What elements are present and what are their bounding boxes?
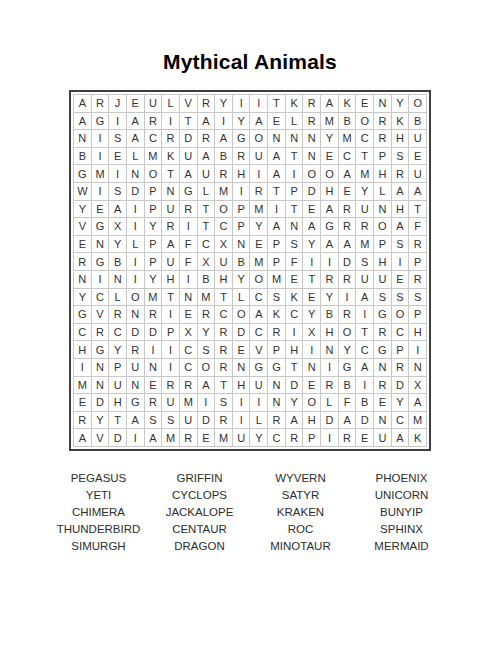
grid-cell-r3c7[interactable]: D <box>180 130 197 147</box>
grid-cell-r12c20[interactable]: S <box>409 289 426 306</box>
grid-cell-r1c11[interactable]: I <box>250 95 267 112</box>
grid-cell-r4c11[interactable]: U <box>250 148 267 165</box>
grid-cell-r2c17[interactable]: O <box>356 113 373 130</box>
grid-cell-r1c6[interactable]: L <box>162 95 179 112</box>
grid-cell-r18c2[interactable]: D <box>92 394 109 411</box>
grid-cell-r13c19[interactable]: O <box>392 306 409 323</box>
grid-cell-r2c8[interactable]: A <box>198 113 215 130</box>
grid-cell-r15c19[interactable]: P <box>392 341 409 358</box>
grid-cell-r13c15[interactable]: B <box>321 306 338 323</box>
grid-cell-r1c5[interactable]: U <box>145 95 162 112</box>
grid-cell-r11c19[interactable]: E <box>392 271 409 288</box>
grid-cell-r6c5[interactable]: P <box>145 183 162 200</box>
grid-cell-r1c15[interactable]: A <box>321 95 338 112</box>
grid-cell-r20c9[interactable]: M <box>215 429 232 446</box>
grid-cell-r3c20[interactable]: U <box>409 130 426 147</box>
grid-cell-r1c3[interactable]: J <box>109 95 126 112</box>
grid-cell-r16c5[interactable]: N <box>145 359 162 376</box>
grid-cell-r5c18[interactable]: H <box>374 165 391 182</box>
grid-cell-r18c18[interactable]: E <box>374 394 391 411</box>
grid-cell-r19c15[interactable]: D <box>321 412 338 429</box>
grid-cell-r12c17[interactable]: A <box>356 289 373 306</box>
grid-cell-r7c14[interactable]: E <box>303 201 320 218</box>
grid-cell-r9c16[interactable]: A <box>339 236 356 253</box>
grid-cell-r20c8[interactable]: E <box>198 429 215 446</box>
grid-cell-r2c16[interactable]: B <box>339 113 356 130</box>
grid-cell-r13c9[interactable]: C <box>215 306 232 323</box>
grid-cell-r13c11[interactable]: A <box>250 306 267 323</box>
grid-cell-r18c16[interactable]: F <box>339 394 356 411</box>
grid-cell-r12c4[interactable]: O <box>127 289 144 306</box>
grid-cell-r16c17[interactable]: A <box>356 359 373 376</box>
grid-cell-r5c16[interactable]: A <box>339 165 356 182</box>
grid-cell-r1c10[interactable]: I <box>233 95 250 112</box>
grid-cell-r8c3[interactable]: X <box>109 218 126 235</box>
grid-cell-r8c13[interactable]: N <box>286 218 303 235</box>
grid-cell-r18c7[interactable]: M <box>180 394 197 411</box>
grid-cell-r15c3[interactable]: Y <box>109 341 126 358</box>
grid-cell-r17c8[interactable]: A <box>198 377 215 394</box>
grid-cell-r7c1[interactable]: Y <box>74 201 91 218</box>
grid-cell-r18c4[interactable]: G <box>127 394 144 411</box>
grid-cell-r15c17[interactable]: C <box>356 341 373 358</box>
grid-cell-r15c1[interactable]: H <box>74 341 91 358</box>
grid-cell-r4c3[interactable]: E <box>109 148 126 165</box>
grid-cell-r10c6[interactable]: U <box>162 253 179 270</box>
grid-cell-r3c6[interactable]: R <box>162 130 179 147</box>
grid-cell-r1c12[interactable]: T <box>268 95 285 112</box>
grid-cell-r17c17[interactable]: I <box>356 377 373 394</box>
grid-cell-r1c8[interactable]: R <box>198 95 215 112</box>
grid-cell-r16c7[interactable]: C <box>180 359 197 376</box>
grid-cell-r13c18[interactable]: G <box>374 306 391 323</box>
grid-cell-r6c17[interactable]: Y <box>356 183 373 200</box>
grid-cell-r14c20[interactable]: H <box>409 324 426 341</box>
grid-cell-r19c18[interactable]: N <box>374 412 391 429</box>
grid-cell-r14c13[interactable]: I <box>286 324 303 341</box>
grid-cell-r5c19[interactable]: R <box>392 165 409 182</box>
grid-cell-r7c15[interactable]: A <box>321 201 338 218</box>
grid-cell-r15c15[interactable]: N <box>321 341 338 358</box>
grid-cell-r5c15[interactable]: O <box>321 165 338 182</box>
grid-cell-r2c18[interactable]: R <box>374 113 391 130</box>
grid-cell-r13c7[interactable]: E <box>180 306 197 323</box>
grid-cell-r9c8[interactable]: C <box>198 236 215 253</box>
grid-cell-r1c18[interactable]: N <box>374 95 391 112</box>
grid-cell-r4c16[interactable]: C <box>339 148 356 165</box>
grid-cell-r7c18[interactable]: N <box>374 201 391 218</box>
grid-cell-r2c15[interactable]: M <box>321 113 338 130</box>
grid-cell-r7c16[interactable]: R <box>339 201 356 218</box>
grid-cell-r20c20[interactable]: K <box>409 429 426 446</box>
grid-cell-r2c6[interactable]: I <box>162 113 179 130</box>
grid-cell-r7c13[interactable]: T <box>286 201 303 218</box>
grid-cell-r4c5[interactable]: M <box>145 148 162 165</box>
grid-cell-r20c3[interactable]: D <box>109 429 126 446</box>
grid-cell-r3c3[interactable]: S <box>109 130 126 147</box>
grid-cell-r16c9[interactable]: R <box>215 359 232 376</box>
grid-cell-r16c2[interactable]: N <box>92 359 109 376</box>
grid-cell-r16c14[interactable]: N <box>303 359 320 376</box>
grid-cell-r10c18[interactable]: H <box>374 253 391 270</box>
grid-cell-r15c14[interactable]: I <box>303 341 320 358</box>
grid-cell-r1c9[interactable]: Y <box>215 95 232 112</box>
grid-cell-r19c5[interactable]: S <box>145 412 162 429</box>
grid-cell-r5c1[interactable]: G <box>74 165 91 182</box>
grid-cell-r8c8[interactable]: T <box>198 218 215 235</box>
grid-cell-r16c1[interactable]: I <box>74 359 91 376</box>
grid-cell-r17c2[interactable]: N <box>92 377 109 394</box>
grid-cell-r17c11[interactable]: U <box>250 377 267 394</box>
grid-cell-r11c15[interactable]: R <box>321 271 338 288</box>
grid-cell-r4c9[interactable]: B <box>215 148 232 165</box>
grid-cell-r18c10[interactable]: I <box>233 394 250 411</box>
grid-cell-r6c3[interactable]: S <box>109 183 126 200</box>
grid-cell-r11c16[interactable]: R <box>339 271 356 288</box>
grid-cell-r18c8[interactable]: I <box>198 394 215 411</box>
grid-cell-r7c11[interactable]: M <box>250 201 267 218</box>
grid-cell-r11c9[interactable]: H <box>215 271 232 288</box>
grid-cell-r1c13[interactable]: K <box>286 95 303 112</box>
grid-cell-r19c2[interactable]: Y <box>92 412 109 429</box>
grid-cell-r14c9[interactable]: R <box>215 324 232 341</box>
grid-cell-r2c1[interactable]: A <box>74 113 91 130</box>
grid-cell-r9c19[interactable]: S <box>392 236 409 253</box>
grid-cell-r3c11[interactable]: O <box>250 130 267 147</box>
grid-cell-r8c4[interactable]: I <box>127 218 144 235</box>
grid-cell-r18c17[interactable]: B <box>356 394 373 411</box>
grid-cell-r11c2[interactable]: I <box>92 271 109 288</box>
grid-cell-r16c16[interactable]: G <box>339 359 356 376</box>
grid-cell-r6c13[interactable]: P <box>286 183 303 200</box>
grid-cell-r14c5[interactable]: D <box>145 324 162 341</box>
grid-cell-r20c6[interactable]: M <box>162 429 179 446</box>
grid-cell-r20c7[interactable]: R <box>180 429 197 446</box>
grid-cell-r4c2[interactable]: I <box>92 148 109 165</box>
grid-cell-r8c12[interactable]: A <box>268 218 285 235</box>
grid-cell-r6c16[interactable]: E <box>339 183 356 200</box>
grid-cell-r19c20[interactable]: M <box>409 412 426 429</box>
grid-cell-r10c9[interactable]: U <box>215 253 232 270</box>
grid-cell-r6c1[interactable]: W <box>74 183 91 200</box>
grid-cell-r7c10[interactable]: P <box>233 201 250 218</box>
grid-cell-r17c3[interactable]: U <box>109 377 126 394</box>
grid-cell-r19c3[interactable]: T <box>109 412 126 429</box>
grid-cell-r18c5[interactable]: R <box>145 394 162 411</box>
grid-cell-r5c2[interactable]: M <box>92 165 109 182</box>
grid-cell-r20c15[interactable]: I <box>321 429 338 446</box>
grid-cell-r16c3[interactable]: P <box>109 359 126 376</box>
grid-cell-r2c4[interactable]: A <box>127 113 144 130</box>
grid-cell-r1c7[interactable]: V <box>180 95 197 112</box>
grid-cell-r10c10[interactable]: B <box>233 253 250 270</box>
grid-cell-r20c17[interactable]: E <box>356 429 373 446</box>
grid-cell-r4c12[interactable]: A <box>268 148 285 165</box>
grid-cell-r11c11[interactable]: O <box>250 271 267 288</box>
grid-cell-r5c5[interactable]: O <box>145 165 162 182</box>
grid-cell-r8c9[interactable]: C <box>215 218 232 235</box>
grid-cell-r11c1[interactable]: N <box>74 271 91 288</box>
grid-cell-r10c14[interactable]: I <box>303 253 320 270</box>
grid-cell-r17c1[interactable]: M <box>74 377 91 394</box>
grid-cell-r9c15[interactable]: A <box>321 236 338 253</box>
grid-cell-r9c12[interactable]: P <box>268 236 285 253</box>
grid-cell-r3c18[interactable]: R <box>374 130 391 147</box>
grid-cell-r12c18[interactable]: S <box>374 289 391 306</box>
grid-cell-r11c14[interactable]: T <box>303 271 320 288</box>
grid-cell-r3c12[interactable]: N <box>268 130 285 147</box>
grid-cell-r8c20[interactable]: F <box>409 218 426 235</box>
grid-cell-r9c14[interactable]: Y <box>303 236 320 253</box>
grid-cell-r16c15[interactable]: I <box>321 359 338 376</box>
grid-cell-r7c6[interactable]: U <box>162 201 179 218</box>
grid-cell-r2c3[interactable]: I <box>109 113 126 130</box>
grid-cell-r11c5[interactable]: Y <box>145 271 162 288</box>
grid-cell-r1c14[interactable]: R <box>303 95 320 112</box>
grid-cell-r13c12[interactable]: K <box>268 306 285 323</box>
grid-cell-r15c6[interactable]: I <box>162 341 179 358</box>
grid-cell-r5c12[interactable]: A <box>268 165 285 182</box>
grid-cell-r15c4[interactable]: R <box>127 341 144 358</box>
grid-cell-r7c20[interactable]: T <box>409 201 426 218</box>
grid-cell-r14c17[interactable]: T <box>356 324 373 341</box>
grid-cell-r11c12[interactable]: M <box>268 271 285 288</box>
grid-cell-r16c11[interactable]: G <box>250 359 267 376</box>
grid-cell-r11c7[interactable]: I <box>180 271 197 288</box>
grid-cell-r3c4[interactable]: A <box>127 130 144 147</box>
grid-cell-r11c6[interactable]: H <box>162 271 179 288</box>
grid-cell-r15c2[interactable]: G <box>92 341 109 358</box>
grid-cell-r4c1[interactable]: B <box>74 148 91 165</box>
grid-cell-r19c11[interactable]: L <box>250 412 267 429</box>
grid-cell-r19c16[interactable]: A <box>339 412 356 429</box>
grid-cell-r11c10[interactable]: Y <box>233 271 250 288</box>
grid-cell-r14c15[interactable]: H <box>321 324 338 341</box>
grid-cell-r2c9[interactable]: I <box>215 113 232 130</box>
grid-cell-r7c4[interactable]: I <box>127 201 144 218</box>
grid-cell-r12c16[interactable]: I <box>339 289 356 306</box>
grid-cell-r17c13[interactable]: D <box>286 377 303 394</box>
grid-cell-r14c2[interactable]: R <box>92 324 109 341</box>
grid-cell-r19c10[interactable]: I <box>233 412 250 429</box>
grid-cell-r5c6[interactable]: T <box>162 165 179 182</box>
grid-cell-r11c8[interactable]: B <box>198 271 215 288</box>
grid-cell-r9c9[interactable]: X <box>215 236 232 253</box>
grid-cell-r9c3[interactable]: Y <box>109 236 126 253</box>
grid-cell-r12c7[interactable]: N <box>180 289 197 306</box>
grid-cell-r4c6[interactable]: K <box>162 148 179 165</box>
grid-cell-r6c20[interactable]: A <box>409 183 426 200</box>
grid-cell-r13c20[interactable]: P <box>409 306 426 323</box>
grid-cell-r10c16[interactable]: D <box>339 253 356 270</box>
grid-cell-r9c4[interactable]: L <box>127 236 144 253</box>
grid-cell-r14c7[interactable]: X <box>180 324 197 341</box>
grid-cell-r18c11[interactable]: I <box>250 394 267 411</box>
grid-cell-r9c7[interactable]: F <box>180 236 197 253</box>
grid-cell-r14c3[interactable]: C <box>109 324 126 341</box>
grid-cell-r17c10[interactable]: H <box>233 377 250 394</box>
grid-cell-r6c10[interactable]: I <box>233 183 250 200</box>
grid-cell-r20c1[interactable]: A <box>74 429 91 446</box>
grid-cell-r19c4[interactable]: A <box>127 412 144 429</box>
grid-cell-r6c9[interactable]: M <box>215 183 232 200</box>
grid-cell-r6c18[interactable]: L <box>374 183 391 200</box>
grid-cell-r11c17[interactable]: U <box>356 271 373 288</box>
grid-cell-r9c6[interactable]: A <box>162 236 179 253</box>
grid-cell-r7c9[interactable]: O <box>215 201 232 218</box>
grid-cell-r10c15[interactable]: I <box>321 253 338 270</box>
grid-cell-r4c13[interactable]: T <box>286 148 303 165</box>
grid-cell-r17c7[interactable]: R <box>180 377 197 394</box>
grid-cell-r15c18[interactable]: G <box>374 341 391 358</box>
grid-cell-r5c10[interactable]: H <box>233 165 250 182</box>
grid-cell-r1c1[interactable]: A <box>74 95 91 112</box>
grid-cell-r9c10[interactable]: N <box>233 236 250 253</box>
grid-cell-r20c11[interactable]: Y <box>250 429 267 446</box>
grid-cell-r2c2[interactable]: G <box>92 113 109 130</box>
grid-cell-r10c8[interactable]: X <box>198 253 215 270</box>
grid-cell-r17c14[interactable]: E <box>303 377 320 394</box>
grid-cell-r14c16[interactable]: O <box>339 324 356 341</box>
grid-cell-r9c18[interactable]: P <box>374 236 391 253</box>
grid-cell-r16c4[interactable]: U <box>127 359 144 376</box>
grid-cell-r19c12[interactable]: R <box>268 412 285 429</box>
grid-cell-r2c14[interactable]: R <box>303 113 320 130</box>
grid-cell-r12c9[interactable]: T <box>215 289 232 306</box>
grid-cell-r16c13[interactable]: T <box>286 359 303 376</box>
grid-cell-r19c1[interactable]: R <box>74 412 91 429</box>
grid-cell-r17c5[interactable]: E <box>145 377 162 394</box>
grid-cell-r16c8[interactable]: O <box>198 359 215 376</box>
grid-cell-r2c7[interactable]: T <box>180 113 197 130</box>
grid-cell-r1c20[interactable]: O <box>409 95 426 112</box>
grid-cell-r13c4[interactable]: N <box>127 306 144 323</box>
grid-cell-r4c14[interactable]: N <box>303 148 320 165</box>
grid-cell-r3c2[interactable]: I <box>92 130 109 147</box>
grid-cell-r8c6[interactable]: R <box>162 218 179 235</box>
grid-cell-r2c19[interactable]: K <box>392 113 409 130</box>
grid-cell-r11c18[interactable]: U <box>374 271 391 288</box>
grid-cell-r5c13[interactable]: I <box>286 165 303 182</box>
grid-cell-r8c1[interactable]: V <box>74 218 91 235</box>
grid-cell-r12c2[interactable]: C <box>92 289 109 306</box>
grid-cell-r15c10[interactable]: E <box>233 341 250 358</box>
grid-cell-r10c5[interactable]: P <box>145 253 162 270</box>
grid-cell-r18c3[interactable]: H <box>109 394 126 411</box>
grid-cell-r10c17[interactable]: S <box>356 253 373 270</box>
grid-cell-r1c4[interactable]: E <box>127 95 144 112</box>
grid-cell-r4c20[interactable]: E <box>409 148 426 165</box>
grid-cell-r6c6[interactable]: N <box>162 183 179 200</box>
grid-cell-r19c8[interactable]: D <box>198 412 215 429</box>
grid-cell-r8c18[interactable]: O <box>374 218 391 235</box>
grid-cell-r20c2[interactable]: V <box>92 429 109 446</box>
grid-cell-r1c2[interactable]: R <box>92 95 109 112</box>
grid-cell-r11c4[interactable]: I <box>127 271 144 288</box>
grid-cell-r2c12[interactable]: E <box>268 113 285 130</box>
grid-cell-r17c9[interactable]: T <box>215 377 232 394</box>
grid-cell-r4c15[interactable]: E <box>321 148 338 165</box>
grid-cell-r18c15[interactable]: L <box>321 394 338 411</box>
grid-cell-r17c4[interactable]: N <box>127 377 144 394</box>
grid-cell-r20c18[interactable]: U <box>374 429 391 446</box>
grid-cell-r14c6[interactable]: P <box>162 324 179 341</box>
grid-cell-r15c7[interactable]: C <box>180 341 197 358</box>
grid-cell-r8c17[interactable]: R <box>356 218 373 235</box>
grid-cell-r14c12[interactable]: R <box>268 324 285 341</box>
grid-cell-r2c10[interactable]: Y <box>233 113 250 130</box>
grid-cell-r15c11[interactable]: V <box>250 341 267 358</box>
grid-cell-r15c5[interactable]: I <box>145 341 162 358</box>
grid-cell-r15c20[interactable]: I <box>409 341 426 358</box>
grid-cell-r17c16[interactable]: B <box>339 377 356 394</box>
grid-cell-r13c1[interactable]: G <box>74 306 91 323</box>
grid-cell-r20c4[interactable]: I <box>127 429 144 446</box>
grid-cell-r4c7[interactable]: U <box>180 148 197 165</box>
grid-cell-r7c2[interactable]: E <box>92 201 109 218</box>
grid-cell-r6c12[interactable]: T <box>268 183 285 200</box>
grid-cell-r14c4[interactable]: D <box>127 324 144 341</box>
grid-cell-r12c13[interactable]: K <box>286 289 303 306</box>
grid-cell-r2c20[interactable]: B <box>409 113 426 130</box>
grid-cell-r8c15[interactable]: G <box>321 218 338 235</box>
grid-cell-r9c1[interactable]: E <box>74 236 91 253</box>
grid-cell-r16c20[interactable]: N <box>409 359 426 376</box>
grid-cell-r20c14[interactable]: P <box>303 429 320 446</box>
grid-cell-r13c8[interactable]: R <box>198 306 215 323</box>
grid-cell-r14c8[interactable]: Y <box>198 324 215 341</box>
grid-cell-r3c8[interactable]: R <box>198 130 215 147</box>
grid-cell-r13c17[interactable]: I <box>356 306 373 323</box>
grid-cell-r18c20[interactable]: A <box>409 394 426 411</box>
grid-cell-r8c5[interactable]: Y <box>145 218 162 235</box>
grid-cell-r7c12[interactable]: I <box>268 201 285 218</box>
grid-cell-r4c10[interactable]: R <box>233 148 250 165</box>
grid-cell-r7c19[interactable]: H <box>392 201 409 218</box>
grid-cell-r3c5[interactable]: C <box>145 130 162 147</box>
grid-cell-r19c6[interactable]: S <box>162 412 179 429</box>
grid-cell-r6c19[interactable]: A <box>392 183 409 200</box>
grid-cell-r3c19[interactable]: H <box>392 130 409 147</box>
grid-cell-r3c14[interactable]: N <box>303 130 320 147</box>
grid-cell-r1c17[interactable]: E <box>356 95 373 112</box>
grid-cell-r20c16[interactable]: R <box>339 429 356 446</box>
grid-cell-r5c9[interactable]: R <box>215 165 232 182</box>
grid-cell-r18c6[interactable]: U <box>162 394 179 411</box>
grid-cell-r7c17[interactable]: U <box>356 201 373 218</box>
grid-cell-r18c19[interactable]: Y <box>392 394 409 411</box>
grid-cell-r19c13[interactable]: A <box>286 412 303 429</box>
grid-cell-r16c12[interactable]: G <box>268 359 285 376</box>
grid-cell-r11c20[interactable]: R <box>409 271 426 288</box>
grid-cell-r4c4[interactable]: L <box>127 148 144 165</box>
grid-cell-r9c11[interactable]: E <box>250 236 267 253</box>
grid-cell-r15c12[interactable]: P <box>268 341 285 358</box>
grid-cell-r12c19[interactable]: S <box>392 289 409 306</box>
grid-cell-r20c12[interactable]: C <box>268 429 285 446</box>
grid-cell-r1c16[interactable]: K <box>339 95 356 112</box>
grid-cell-r14c1[interactable]: C <box>74 324 91 341</box>
grid-cell-r9c20[interactable]: R <box>409 236 426 253</box>
grid-cell-r3c9[interactable]: A <box>215 130 232 147</box>
grid-cell-r6c7[interactable]: G <box>180 183 197 200</box>
grid-cell-r8c2[interactable]: G <box>92 218 109 235</box>
grid-cell-r13c6[interactable]: I <box>162 306 179 323</box>
grid-cell-r19c19[interactable]: C <box>392 412 409 429</box>
grid-cell-r2c13[interactable]: L <box>286 113 303 130</box>
grid-cell-r10c13[interactable]: F <box>286 253 303 270</box>
grid-cell-r12c11[interactable]: C <box>250 289 267 306</box>
